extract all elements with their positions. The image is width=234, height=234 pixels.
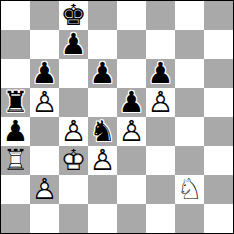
square-c8[interactable]: ♚	[59, 1, 88, 30]
square-e6[interactable]	[117, 59, 146, 88]
piece-glyph: ♟	[61, 30, 87, 59]
white-pawn: ♟♙	[88, 146, 117, 175]
square-h4[interactable]	[204, 117, 233, 146]
black-pawn: ♟	[1, 117, 30, 146]
square-d1[interactable]	[88, 204, 117, 233]
square-h1[interactable]	[204, 204, 233, 233]
square-e2[interactable]	[117, 175, 146, 204]
piece-outline-glyph: ♘	[177, 175, 203, 204]
square-e3[interactable]	[117, 146, 146, 175]
square-c4[interactable]: ♟♙	[59, 117, 88, 146]
square-e8[interactable]	[117, 1, 146, 30]
square-a8[interactable]	[1, 1, 30, 30]
square-c1[interactable]	[59, 204, 88, 233]
piece-glyph: ♟	[32, 59, 58, 88]
piece-outline-glyph: ♙	[32, 88, 58, 117]
square-d7[interactable]	[88, 30, 117, 59]
square-f5[interactable]: ♟♙	[146, 88, 175, 117]
square-d4[interactable]: ♞	[88, 117, 117, 146]
square-g4[interactable]	[175, 117, 204, 146]
piece-outline-glyph: ♙	[32, 175, 58, 204]
piece-outline-glyph: ♙	[90, 146, 116, 175]
square-c7[interactable]: ♟	[59, 30, 88, 59]
piece-outline-glyph: ♖	[3, 146, 29, 175]
square-a4[interactable]: ♟	[1, 117, 30, 146]
square-g5[interactable]	[175, 88, 204, 117]
piece-glyph: ♟	[119, 88, 145, 117]
square-d2[interactable]	[88, 175, 117, 204]
square-b2[interactable]: ♟♙	[30, 175, 59, 204]
square-e5[interactable]: ♟	[117, 88, 146, 117]
piece-outline-glyph: ♔	[61, 146, 87, 175]
black-pawn: ♟	[117, 88, 146, 117]
piece-glyph: ♚	[61, 1, 87, 30]
piece-glyph: ♜	[3, 88, 29, 117]
white-king: ♚♔	[59, 146, 88, 175]
square-b1[interactable]	[30, 204, 59, 233]
square-a1[interactable]	[1, 204, 30, 233]
square-f7[interactable]	[146, 30, 175, 59]
black-knight: ♞	[88, 117, 117, 146]
square-a6[interactable]	[1, 59, 30, 88]
square-d6[interactable]: ♟	[88, 59, 117, 88]
piece-outline-glyph: ♙	[148, 88, 174, 117]
white-pawn: ♟♙	[30, 175, 59, 204]
square-g2[interactable]: ♞♘	[175, 175, 204, 204]
square-e1[interactable]	[117, 204, 146, 233]
square-b4[interactable]	[30, 117, 59, 146]
square-b5[interactable]: ♟♙	[30, 88, 59, 117]
square-g6[interactable]	[175, 59, 204, 88]
square-h7[interactable]	[204, 30, 233, 59]
black-pawn: ♟	[88, 59, 117, 88]
square-b6[interactable]: ♟	[30, 59, 59, 88]
black-king: ♚	[59, 1, 88, 30]
square-e4[interactable]: ♟♙	[117, 117, 146, 146]
square-b3[interactable]	[30, 146, 59, 175]
square-a2[interactable]	[1, 175, 30, 204]
black-pawn: ♟	[59, 30, 88, 59]
black-pawn: ♟	[30, 59, 59, 88]
square-g7[interactable]	[175, 30, 204, 59]
white-pawn: ♟♙	[117, 117, 146, 146]
square-h2[interactable]	[204, 175, 233, 204]
square-c3[interactable]: ♚♔	[59, 146, 88, 175]
piece-outline-glyph: ♙	[119, 117, 145, 146]
square-f8[interactable]	[146, 1, 175, 30]
square-e7[interactable]	[117, 30, 146, 59]
square-d8[interactable]	[88, 1, 117, 30]
square-b7[interactable]	[30, 30, 59, 59]
piece-glyph: ♟	[90, 59, 116, 88]
white-pawn: ♟♙	[30, 88, 59, 117]
piece-glyph: ♟	[148, 59, 174, 88]
square-a7[interactable]	[1, 30, 30, 59]
square-c5[interactable]	[59, 88, 88, 117]
white-pawn: ♟♙	[146, 88, 175, 117]
square-h8[interactable]	[204, 1, 233, 30]
black-rook: ♜	[1, 88, 30, 117]
piece-glyph: ♟	[3, 117, 29, 146]
piece-outline-glyph: ♙	[61, 117, 87, 146]
chess-board: ♚♟♟♟♟♜♟♙♟♟♙♟♟♙♞♟♙♜♖♚♔♟♙♟♙♞♘	[0, 0, 234, 234]
square-a3[interactable]: ♜♖	[1, 146, 30, 175]
square-f4[interactable]	[146, 117, 175, 146]
square-a5[interactable]: ♜	[1, 88, 30, 117]
square-h5[interactable]	[204, 88, 233, 117]
square-d5[interactable]	[88, 88, 117, 117]
square-h6[interactable]	[204, 59, 233, 88]
square-g3[interactable]	[175, 146, 204, 175]
square-g8[interactable]	[175, 1, 204, 30]
white-knight: ♞♘	[175, 175, 204, 204]
white-pawn: ♟♙	[59, 117, 88, 146]
square-c6[interactable]	[59, 59, 88, 88]
square-h3[interactable]	[204, 146, 233, 175]
square-g1[interactable]	[175, 204, 204, 233]
square-f3[interactable]	[146, 146, 175, 175]
square-b8[interactable]	[30, 1, 59, 30]
square-f2[interactable]	[146, 175, 175, 204]
piece-glyph: ♞	[90, 117, 116, 146]
square-c2[interactable]	[59, 175, 88, 204]
square-f6[interactable]: ♟	[146, 59, 175, 88]
white-rook: ♜♖	[1, 146, 30, 175]
black-pawn: ♟	[146, 59, 175, 88]
square-d3[interactable]: ♟♙	[88, 146, 117, 175]
square-f1[interactable]	[146, 204, 175, 233]
